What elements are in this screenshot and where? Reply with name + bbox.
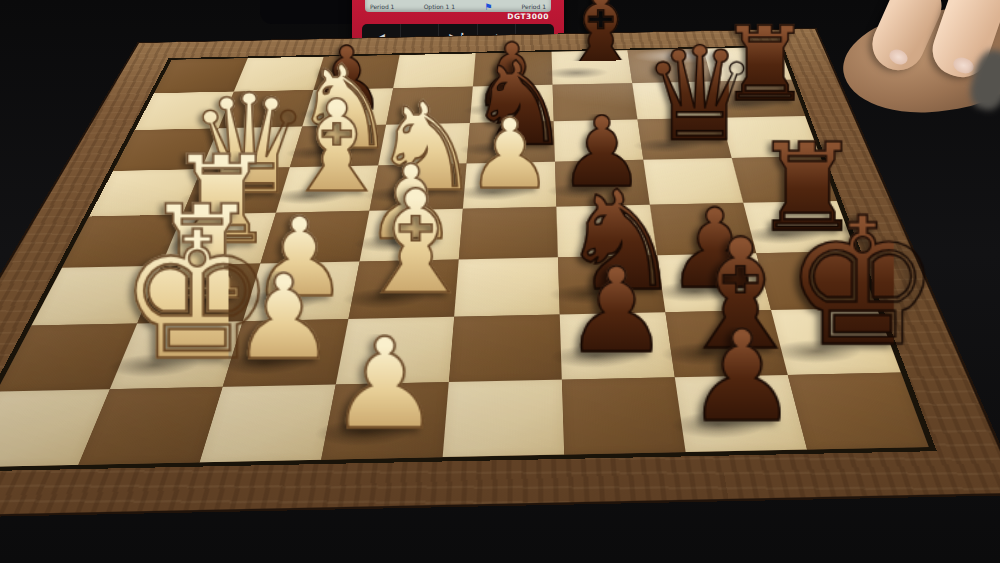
board-frame: ♝♟♟♜♞♞♛♛♝♞♟♟♜♟♜♜♟♝♞♟♚♟♟♝♚♟♟ — [0, 29, 1000, 517]
square-g6[interactable]: ♟ — [560, 312, 675, 379]
board-playfield: ♝♟♟♜♞♞♛♛♝♞♟♟♜♟♜♜♟♝♞♟♚♟♟♝♚♟♟ — [0, 45, 937, 472]
square-g5[interactable] — [449, 315, 562, 383]
chess-board: ♝♟♟♜♞♞♛♛♝♞♟♟♜♟♜♜♟♝♞♟♚♟♟♝♚♟♟ — [0, 29, 1000, 517]
square-g2[interactable]: ♚ — [110, 321, 243, 389]
square-f4[interactable]: ♝ — [348, 259, 458, 319]
piece-white-pawn[interactable]: ♟ — [228, 271, 339, 367]
photo-scene: { "game": "chess", "position": { "fen": … — [0, 0, 1000, 563]
square-h3[interactable] — [200, 384, 336, 462]
piece-black-queen[interactable]: ♛ — [642, 41, 729, 147]
square-c7[interactable]: ♛ — [638, 118, 732, 160]
square-h4[interactable]: ♟ — [321, 382, 449, 460]
piece-white-pawn[interactable]: ♟ — [325, 334, 444, 437]
piece-black-pawn[interactable]: ♟ — [683, 327, 802, 430]
square-h5[interactable] — [443, 380, 564, 457]
square-h6[interactable] — [562, 377, 686, 454]
piece-white-king[interactable]: ♚ — [118, 224, 229, 369]
piece-black-pawn[interactable]: ♟ — [561, 264, 672, 360]
chess-board-grid: ♝♟♟♜♞♞♛♛♝♞♟♟♜♟♜♜♟♝♞♟♚♟♟♝♚♟♟ — [0, 47, 929, 467]
square-h8[interactable] — [788, 373, 929, 450]
piece-white-bishop[interactable]: ♝ — [352, 184, 456, 301]
square-h7[interactable]: ♟ — [675, 375, 807, 452]
board-scene: ♝♟♟♜♞♞♛♛♝♞♟♟♜♟♜♜♟♝♞♟♚♟♟♝♚♟♟ — [0, 0, 1000, 563]
